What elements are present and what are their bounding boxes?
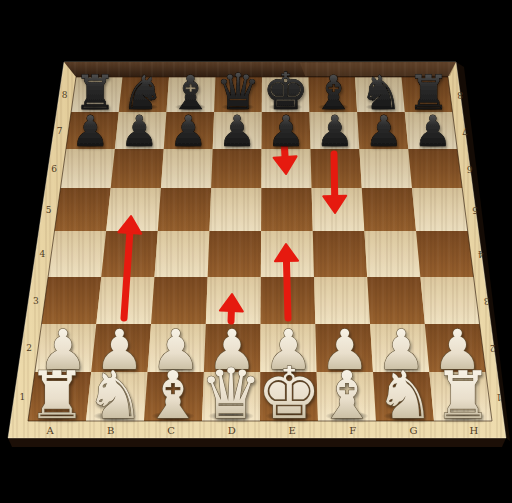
piece-white-king-e1[interactable]: ♚ <box>257 352 321 435</box>
piece-glyph: ♟ <box>71 107 109 156</box>
piece-glyph: ♟ <box>120 107 158 156</box>
piece-black-pawn-b7[interactable]: ♟ <box>120 107 158 156</box>
rank-label-right-6: 6 <box>467 164 473 174</box>
piece-glyph: ♟ <box>218 107 256 156</box>
piece-glyph: ♟ <box>316 107 354 156</box>
piece-glyph: ♝ <box>144 357 203 433</box>
rank-label-left-6: 6 <box>51 164 57 174</box>
piece-black-pawn-e7[interactable]: ♟ <box>267 107 305 156</box>
piece-glyph: ♛ <box>200 353 262 434</box>
piece-black-pawn-d7[interactable]: ♟ <box>218 107 256 156</box>
piece-white-knight-b1[interactable]: ♞ <box>86 357 145 433</box>
rank-label-left-3: 3 <box>33 296 39 306</box>
piece-glyph: ♜ <box>28 357 87 433</box>
piece-black-pawn-h7[interactable]: ♟ <box>414 107 452 156</box>
piece-glyph: ♟ <box>365 107 403 156</box>
piece-black-pawn-f7[interactable]: ♟ <box>316 107 354 156</box>
piece-white-queen-d1[interactable]: ♛ <box>200 353 262 434</box>
piece-glyph: ♚ <box>257 352 321 435</box>
rank-label-right-5: 5 <box>472 205 478 215</box>
rank-label-right-4: 4 <box>478 249 484 259</box>
piece-white-rook-h1[interactable]: ♜ <box>434 357 493 433</box>
chess-board: ABCDEFGH1234567812345678♜♞♝♛♚♝♞♜♟♟♟♟♟♟♟♟… <box>0 0 512 503</box>
rank-label-right-1: 1 <box>496 392 502 402</box>
rank-label-left-2: 2 <box>26 343 32 353</box>
piece-black-pawn-c7[interactable]: ♟ <box>169 107 207 156</box>
piece-white-bishop-c1[interactable]: ♝ <box>144 357 203 433</box>
rank-label-left-8: 8 <box>62 90 68 100</box>
piece-glyph: ♜ <box>434 357 493 433</box>
piece-glyph: ♝ <box>318 357 377 433</box>
board-bottom-edge <box>8 438 506 447</box>
rank-label-right-3: 3 <box>483 296 489 306</box>
rank-label-left-5: 5 <box>46 205 52 215</box>
rank-label-right-8: 8 <box>457 90 463 100</box>
piece-black-pawn-a7[interactable]: ♟ <box>71 107 109 156</box>
piece-black-pawn-g7[interactable]: ♟ <box>365 107 403 156</box>
piece-white-knight-g1[interactable]: ♞ <box>376 357 435 433</box>
piece-white-rook-a1[interactable]: ♜ <box>28 357 87 433</box>
piece-glyph: ♟ <box>267 107 305 156</box>
rank-label-right-2: 2 <box>490 343 496 353</box>
piece-glyph: ♞ <box>86 357 145 433</box>
piece-white-bishop-f1[interactable]: ♝ <box>318 357 377 433</box>
piece-glyph: ♟ <box>169 107 207 156</box>
piece-glyph: ♞ <box>376 357 435 433</box>
chess-app-screen: ABCDEFGH1234567812345678♜♞♝♛♚♝♞♜♟♟♟♟♟♟♟♟… <box>0 0 512 503</box>
rank-label-left-4: 4 <box>39 249 45 259</box>
piece-glyph: ♟ <box>414 107 452 156</box>
rank-label-left-7: 7 <box>57 126 63 136</box>
rank-label-right-7: 7 <box>462 126 468 136</box>
rank-label-left-1: 1 <box>20 392 26 402</box>
